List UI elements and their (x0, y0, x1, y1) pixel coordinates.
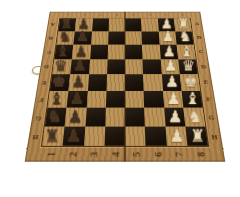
piece-black-bishop[interactable]: ♝ (50, 90, 64, 108)
square-d5[interactable] (125, 59, 143, 74)
file-label: E (199, 74, 214, 90)
square-e6[interactable] (143, 74, 162, 90)
piece-white-pawn[interactable]: ♟ (166, 90, 180, 108)
square-a6[interactable] (141, 18, 158, 31)
square-h2[interactable]: ♟ (63, 126, 85, 146)
piece-white-knight[interactable]: ♞ (188, 108, 203, 127)
square-g3[interactable] (85, 108, 106, 126)
file-label: F (201, 91, 216, 109)
file-label: A (47, 18, 60, 31)
square-f6[interactable] (144, 90, 164, 107)
square-a5[interactable] (125, 18, 142, 31)
square-a3[interactable] (92, 18, 109, 31)
piece-white-rook[interactable]: ♜ (190, 127, 205, 146)
file-label: B (192, 31, 205, 45)
square-f1[interactable]: ♝ (47, 90, 68, 107)
square-h8[interactable]: ♜ (185, 126, 208, 146)
square-h4[interactable] (104, 126, 125, 146)
square-h1[interactable]: ♜ (42, 126, 65, 146)
square-f4[interactable] (106, 90, 125, 107)
square-c3[interactable] (90, 45, 108, 59)
piece-black-rook[interactable]: ♜ (45, 127, 60, 146)
square-g1[interactable]: ♞ (45, 108, 67, 126)
square-c6[interactable] (142, 45, 160, 59)
square-e3[interactable] (87, 74, 106, 90)
square-b3[interactable] (91, 31, 109, 45)
board-frame: ABCDEFGH ABCDEFGH 12345678 12345678 ♜♟♟♜… (25, 12, 226, 162)
square-f2[interactable]: ♟ (67, 90, 88, 107)
square-d4[interactable] (107, 59, 125, 74)
square-f3[interactable] (86, 90, 106, 107)
square-g6[interactable] (144, 108, 165, 126)
square-e4[interactable] (106, 74, 125, 90)
piece-white-pawn[interactable]: ♟ (169, 127, 184, 146)
square-g8[interactable]: ♞ (183, 108, 205, 126)
square-g4[interactable] (105, 108, 125, 126)
square-e5[interactable] (125, 74, 144, 90)
file-label: C (42, 44, 56, 59)
square-c5[interactable] (125, 45, 143, 59)
square-f8[interactable]: ♝ (181, 90, 202, 107)
square-b5[interactable] (125, 31, 142, 45)
square-a4[interactable] (108, 18, 125, 31)
square-f7[interactable]: ♟ (163, 90, 184, 107)
piece-white-pawn[interactable]: ♟ (168, 108, 183, 127)
square-h3[interactable] (84, 126, 105, 146)
piece-black-pawn[interactable]: ♟ (66, 127, 81, 146)
square-h5[interactable] (125, 126, 146, 146)
square-b6[interactable] (142, 31, 160, 45)
chess-board: ABCDEFGH ABCDEFGH 12345678 12345678 ♜♟♟♜… (25, 12, 226, 162)
piece-black-pawn[interactable]: ♟ (68, 108, 83, 127)
square-f5[interactable] (125, 90, 144, 107)
square-h7[interactable]: ♟ (165, 126, 187, 146)
file-label: C (194, 44, 208, 59)
file-label: A (191, 18, 204, 31)
file-label: D (197, 59, 211, 74)
square-g7[interactable]: ♟ (164, 108, 185, 126)
square-c4[interactable] (107, 45, 125, 59)
chess-set-photo: ABCDEFGH ABCDEFGH 12345678 12345678 ♜♟♟♜… (0, 0, 240, 197)
piece-black-knight[interactable]: ♞ (48, 108, 63, 127)
piece-white-bishop[interactable]: ♝ (186, 90, 200, 108)
square-d6[interactable] (143, 59, 162, 74)
square-g5[interactable] (125, 108, 145, 126)
square-h6[interactable] (145, 126, 166, 146)
piece-black-pawn[interactable]: ♟ (69, 90, 83, 108)
square-d3[interactable] (89, 59, 108, 74)
square-b4[interactable] (108, 31, 125, 45)
file-label: B (44, 31, 57, 45)
square-g2[interactable]: ♟ (65, 108, 86, 126)
